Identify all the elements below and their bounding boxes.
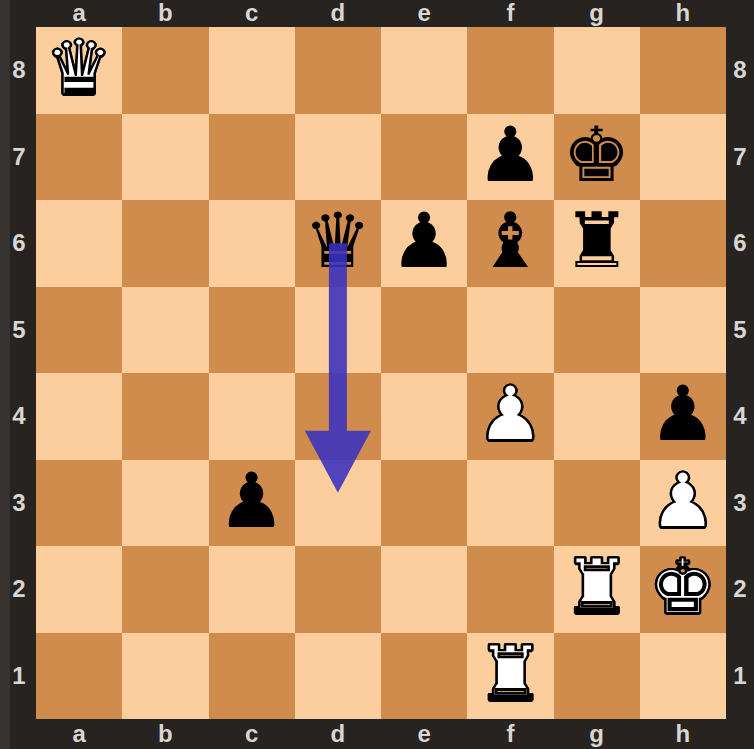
- file-label-top-b: b: [158, 0, 173, 27]
- file-label-bottom-f: f: [506, 720, 514, 748]
- white-rook-f1[interactable]: ♜: [476, 636, 544, 712]
- square-c6[interactable]: [209, 200, 295, 287]
- square-h6[interactable]: [640, 200, 726, 287]
- square-c1[interactable]: [209, 633, 295, 720]
- file-label-top-e: e: [417, 0, 430, 27]
- black-bishop-f6[interactable]: ♝: [476, 203, 544, 279]
- square-b7[interactable]: [122, 114, 208, 201]
- square-d4[interactable]: [295, 373, 381, 460]
- square-h7[interactable]: [640, 114, 726, 201]
- file-label-top-d: d: [331, 0, 346, 27]
- square-b6[interactable]: [122, 200, 208, 287]
- file-label-top-h: h: [676, 0, 691, 27]
- square-e3[interactable]: [381, 460, 467, 547]
- square-g6[interactable]: ♜: [554, 200, 640, 287]
- square-d8[interactable]: [295, 27, 381, 114]
- black-pawn-h4[interactable]: ♟: [649, 376, 717, 452]
- square-b3[interactable]: [122, 460, 208, 547]
- square-h3[interactable]: ♟: [640, 460, 726, 547]
- square-h4[interactable]: ♟: [640, 373, 726, 460]
- square-g3[interactable]: [554, 460, 640, 547]
- black-pawn-c3[interactable]: ♟: [218, 463, 286, 539]
- square-c8[interactable]: [209, 27, 295, 114]
- white-pawn-h3[interactable]: ♟: [649, 463, 717, 539]
- square-g2[interactable]: ♜: [554, 546, 640, 633]
- square-f6[interactable]: ♝: [467, 200, 553, 287]
- square-a2[interactable]: [36, 546, 122, 633]
- rank-label-left-6: 6: [12, 229, 25, 257]
- rank-label-left-4: 4: [12, 402, 25, 430]
- square-f2[interactable]: [467, 546, 553, 633]
- rank-label-left-1: 1: [12, 662, 25, 690]
- square-c7[interactable]: [209, 114, 295, 201]
- file-label-bottom-h: h: [676, 720, 691, 748]
- square-e8[interactable]: [381, 27, 467, 114]
- square-f8[interactable]: [467, 27, 553, 114]
- rank-label-left-3: 3: [12, 489, 25, 517]
- square-c4[interactable]: [209, 373, 295, 460]
- square-a1[interactable]: [36, 633, 122, 720]
- square-g8[interactable]: [554, 27, 640, 114]
- square-h2[interactable]: ♚: [640, 546, 726, 633]
- square-e7[interactable]: [381, 114, 467, 201]
- square-c3[interactable]: ♟: [209, 460, 295, 547]
- square-e5[interactable]: [381, 287, 467, 374]
- rank-label-right-3: 3: [733, 489, 746, 517]
- square-h1[interactable]: [640, 633, 726, 720]
- white-queen-a8[interactable]: ♛: [45, 30, 113, 106]
- square-f1[interactable]: ♜: [467, 633, 553, 720]
- white-rook-g2[interactable]: ♜: [563, 549, 631, 625]
- file-label-top-g: g: [589, 0, 604, 27]
- square-b1[interactable]: [122, 633, 208, 720]
- black-pawn-e6[interactable]: ♟: [390, 203, 458, 279]
- square-a7[interactable]: [36, 114, 122, 201]
- square-f4[interactable]: ♟: [467, 373, 553, 460]
- square-b4[interactable]: [122, 373, 208, 460]
- square-e1[interactable]: [381, 633, 467, 720]
- square-d1[interactable]: [295, 633, 381, 720]
- file-label-bottom-e: e: [417, 720, 430, 748]
- square-b5[interactable]: [122, 287, 208, 374]
- square-e4[interactable]: [381, 373, 467, 460]
- square-h5[interactable]: [640, 287, 726, 374]
- black-queen-d6[interactable]: ♛: [304, 203, 372, 279]
- square-h8[interactable]: [640, 27, 726, 114]
- square-d6[interactable]: ♛: [295, 200, 381, 287]
- file-label-top-c: c: [245, 0, 258, 27]
- square-g5[interactable]: [554, 287, 640, 374]
- rank-label-right-5: 5: [733, 316, 746, 344]
- square-b8[interactable]: [122, 27, 208, 114]
- file-label-top-a: a: [72, 0, 85, 27]
- file-label-bottom-d: d: [331, 720, 346, 748]
- square-a8[interactable]: ♛: [36, 27, 122, 114]
- file-label-bottom-a: a: [72, 720, 85, 748]
- file-label-bottom-b: b: [158, 720, 173, 748]
- square-g7[interactable]: ♚: [554, 114, 640, 201]
- square-f5[interactable]: [467, 287, 553, 374]
- file-label-bottom-g: g: [589, 720, 604, 748]
- rank-label-left-7: 7: [12, 143, 25, 171]
- square-g4[interactable]: [554, 373, 640, 460]
- square-d7[interactable]: [295, 114, 381, 201]
- file-label-bottom-c: c: [245, 720, 258, 748]
- black-rook-g6[interactable]: ♜: [563, 203, 631, 279]
- rank-label-right-8: 8: [733, 56, 746, 84]
- rank-label-right-6: 6: [733, 229, 746, 257]
- board-frame: ♛♟♚♛♟♝♜♟♟♟♟♜♚♜ aabbccddeeffgghh887766554…: [0, 0, 754, 749]
- rank-label-left-5: 5: [12, 316, 25, 344]
- rank-label-left-8: 8: [12, 56, 25, 84]
- rank-label-right-1: 1: [733, 662, 746, 690]
- black-king-g7[interactable]: ♚: [563, 117, 631, 193]
- rank-label-right-4: 4: [733, 402, 746, 430]
- white-pawn-f4[interactable]: ♟: [476, 376, 544, 452]
- square-e2[interactable]: [381, 546, 467, 633]
- square-a6[interactable]: [36, 200, 122, 287]
- square-d3[interactable]: [295, 460, 381, 547]
- square-a5[interactable]: [36, 287, 122, 374]
- square-f7[interactable]: ♟: [467, 114, 553, 201]
- square-d5[interactable]: [295, 287, 381, 374]
- square-a3[interactable]: [36, 460, 122, 547]
- square-g1[interactable]: [554, 633, 640, 720]
- chess-board: ♛♟♚♛♟♝♜♟♟♟♟♜♚♜: [36, 27, 726, 719]
- square-d2[interactable]: [295, 546, 381, 633]
- black-pawn-f7[interactable]: ♟: [476, 117, 544, 193]
- file-label-top-f: f: [506, 0, 514, 27]
- square-b2[interactable]: [122, 546, 208, 633]
- square-f3[interactable]: [467, 460, 553, 547]
- square-e6[interactable]: ♟: [381, 200, 467, 287]
- square-c2[interactable]: [209, 546, 295, 633]
- rank-label-left-2: 2: [12, 575, 25, 603]
- square-c5[interactable]: [209, 287, 295, 374]
- square-a4[interactable]: [36, 373, 122, 460]
- white-king-h2[interactable]: ♚: [649, 549, 717, 625]
- rank-label-right-2: 2: [733, 575, 746, 603]
- rank-label-right-7: 7: [733, 143, 746, 171]
